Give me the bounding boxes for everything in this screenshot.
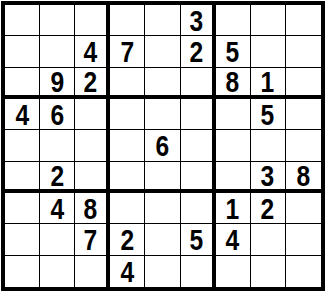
cell-r4c7[interactable]: [216, 99, 251, 130]
cell-r7c5[interactable]: [145, 193, 180, 224]
given-digit: 4: [226, 224, 240, 255]
cell-r5c1[interactable]: [5, 130, 40, 161]
cell-r3c8[interactable]: 1: [251, 68, 286, 99]
cell-r8c7[interactable]: 4: [216, 224, 251, 255]
given-digit: 1: [226, 193, 240, 224]
cell-r9c9[interactable]: [286, 256, 321, 287]
cell-r6c4[interactable]: [110, 162, 145, 193]
cell-r1c6[interactable]: 3: [181, 5, 216, 36]
given-digit: 4: [84, 36, 98, 67]
cell-r9c5[interactable]: [145, 256, 180, 287]
cell-r1c4[interactable]: [110, 5, 145, 36]
cell-r9c2[interactable]: [40, 256, 75, 287]
cell-r2c9[interactable]: [286, 36, 321, 67]
cell-r7c3[interactable]: 8: [75, 193, 110, 224]
cell-r5c3[interactable]: [75, 130, 110, 161]
cell-r1c5[interactable]: [145, 5, 180, 36]
cell-r4c3[interactable]: [75, 99, 110, 130]
cell-r4c2[interactable]: 6: [40, 99, 75, 130]
given-digit: 5: [189, 224, 203, 255]
cell-r5c2[interactable]: [40, 130, 75, 161]
cell-r2c6[interactable]: 2: [181, 36, 216, 67]
cell-r2c8[interactable]: [251, 36, 286, 67]
given-digit: 4: [50, 193, 64, 224]
cell-r8c8[interactable]: [251, 224, 286, 255]
cell-r5c8[interactable]: [251, 130, 286, 161]
sudoku-board: 3472592814656238481272544: [1, 1, 325, 291]
given-digit: 5: [261, 99, 275, 130]
cell-r4c8[interactable]: 5: [251, 99, 286, 130]
cell-r5c9[interactable]: [286, 130, 321, 161]
given-digit: 2: [84, 68, 98, 97]
given-digit: 1: [261, 68, 275, 97]
given-digit: 2: [50, 162, 64, 191]
cell-r2c2[interactable]: [40, 36, 75, 67]
given-digit: 4: [121, 256, 135, 287]
given-digit: 6: [50, 99, 64, 130]
cell-r8c5[interactable]: [145, 224, 180, 255]
cell-r1c9[interactable]: [286, 5, 321, 36]
cell-r3c5[interactable]: [145, 68, 180, 99]
given-digit: 2: [121, 224, 135, 255]
cell-r3c3[interactable]: 2: [75, 68, 110, 99]
given-digit: 8: [84, 193, 98, 224]
given-digit: 3: [261, 162, 275, 191]
cell-r1c7[interactable]: [216, 5, 251, 36]
given-digit: 2: [261, 193, 275, 224]
cell-r7c6[interactable]: [181, 193, 216, 224]
cell-r9c6[interactable]: [181, 256, 216, 287]
cell-r1c1[interactable]: [5, 5, 40, 36]
given-digit: 2: [189, 36, 203, 67]
cell-r5c5[interactable]: 6: [145, 130, 180, 161]
cell-r7c7[interactable]: 1: [216, 193, 251, 224]
cell-r9c8[interactable]: [251, 256, 286, 287]
cell-r6c2[interactable]: 2: [40, 162, 75, 193]
cell-r2c1[interactable]: [5, 36, 40, 67]
cell-r2c4[interactable]: 7: [110, 36, 145, 67]
cell-r4c1[interactable]: 4: [5, 99, 40, 130]
cell-r8c4[interactable]: 2: [110, 224, 145, 255]
cell-r9c7[interactable]: [216, 256, 251, 287]
cell-r4c9[interactable]: [286, 99, 321, 130]
cell-r7c1[interactable]: [5, 193, 40, 224]
cell-r4c5[interactable]: [145, 99, 180, 130]
cell-r7c2[interactable]: 4: [40, 193, 75, 224]
cell-r8c1[interactable]: [5, 224, 40, 255]
given-digit: 7: [121, 36, 135, 67]
cell-r1c2[interactable]: [40, 5, 75, 36]
cell-r8c3[interactable]: 7: [75, 224, 110, 255]
cell-r8c6[interactable]: 5: [181, 224, 216, 255]
cell-r3c2[interactable]: 9: [40, 68, 75, 99]
given-digit: 9: [50, 68, 64, 97]
cell-r1c3[interactable]: [75, 5, 110, 36]
given-digit: 4: [15, 99, 29, 130]
cell-r6c3[interactable]: [75, 162, 110, 193]
cell-r7c8[interactable]: 2: [251, 193, 286, 224]
cell-r2c5[interactable]: [145, 36, 180, 67]
cell-r6c5[interactable]: [145, 162, 180, 193]
cell-r2c7[interactable]: 5: [216, 36, 251, 67]
cell-r4c4[interactable]: [110, 99, 145, 130]
cell-r9c1[interactable]: [5, 256, 40, 287]
cell-r5c6[interactable]: [181, 130, 216, 161]
given-digit: 3: [189, 5, 203, 36]
cell-r3c6[interactable]: [181, 68, 216, 99]
cell-r3c7[interactable]: 8: [216, 68, 251, 99]
cell-r6c6[interactable]: [181, 162, 216, 193]
cell-r4c6[interactable]: [181, 99, 216, 130]
cell-r3c9[interactable]: [286, 68, 321, 99]
cell-r2c3[interactable]: 4: [75, 36, 110, 67]
cell-r3c4[interactable]: [110, 68, 145, 99]
cell-r8c9[interactable]: [286, 224, 321, 255]
cell-r1c8[interactable]: [251, 5, 286, 36]
cell-r6c1[interactable]: [5, 162, 40, 193]
cell-r6c8[interactable]: 3: [251, 162, 286, 193]
given-digit: 6: [156, 130, 170, 161]
given-digit: 7: [84, 224, 98, 255]
cell-r9c4[interactable]: 4: [110, 256, 145, 287]
cell-r3c1[interactable]: [5, 68, 40, 99]
given-digit: 8: [297, 162, 311, 191]
cell-r5c7[interactable]: [216, 130, 251, 161]
cell-r5c4[interactable]: [110, 130, 145, 161]
cell-r7c9[interactable]: [286, 193, 321, 224]
cell-r6c7[interactable]: [216, 162, 251, 193]
cell-r7c4[interactable]: [110, 193, 145, 224]
given-digit: 5: [226, 36, 240, 67]
cell-r9c3[interactable]: [75, 256, 110, 287]
cell-r6c9[interactable]: 8: [286, 162, 321, 193]
given-digit: 8: [226, 68, 240, 97]
cell-r8c2[interactable]: [40, 224, 75, 255]
